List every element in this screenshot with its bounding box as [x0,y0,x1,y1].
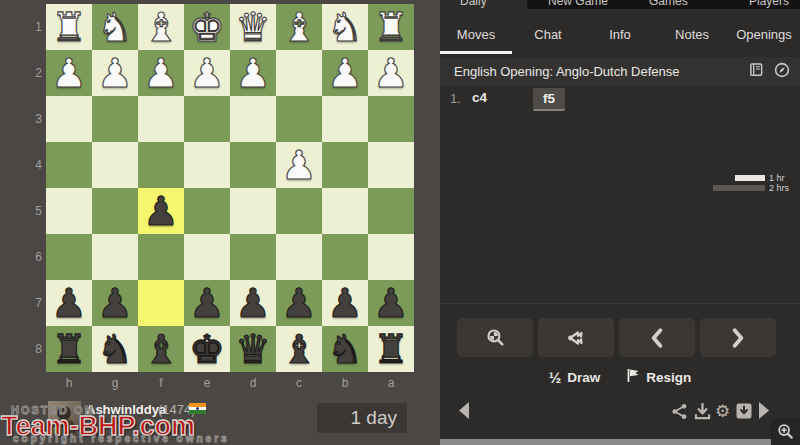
square-f1[interactable]: ♝ [138,4,184,50]
square-a3[interactable] [368,96,414,142]
square-h8[interactable]: ♜ [46,326,92,372]
prev-arrow-icon[interactable] [458,402,470,423]
square-e2[interactable]: ♟ [184,50,230,96]
move-nav-buttons [457,318,776,357]
square-g1[interactable]: ♞ [92,4,138,50]
app-window: 12345678 ♜♞♝♚♛♝♞♜♟♟♟♟♟♟♟♟♟♟♟♟♟♟♟♟♜♞♝♚♛♝♞… [0,0,800,445]
square-b2[interactable]: ♟ [322,50,368,96]
forward-button[interactable] [700,318,776,357]
square-d2[interactable]: ♟ [230,50,276,96]
tab-info[interactable]: Info [584,9,656,57]
square-d6[interactable] [230,234,276,280]
nav-tab-games[interactable]: Games [649,0,688,8]
piece-black-r-h8[interactable]: ♜ [51,329,87,369]
piece-white-p-a2[interactable]: ♟ [373,53,409,93]
piece-white-r-h1[interactable]: ♜ [51,7,87,47]
square-e8[interactable]: ♚ [184,326,230,372]
square-c6[interactable] [276,234,322,280]
square-b3[interactable] [322,96,368,142]
square-c7[interactable]: ♟ [276,280,322,326]
nav-tab-new-game[interactable]: New Game [548,0,608,8]
square-a7[interactable]: ♟ [368,280,414,326]
square-b1[interactable]: ♞ [322,4,368,50]
file-label-c: c [276,372,322,390]
square-g8[interactable]: ♞ [92,326,138,372]
piece-white-k-e1[interactable]: ♚ [189,7,225,47]
piece-white-q-d1[interactable]: ♛ [235,7,271,47]
square-f7[interactable] [138,280,184,326]
controls-divider [440,303,800,304]
piece-white-p-c4[interactable]: ♟ [281,145,317,185]
rank-label-7: 7 [26,280,42,326]
square-e5[interactable] [184,188,230,234]
square-g2[interactable]: ♟ [92,50,138,96]
rank-label-1: 1 [26,4,42,50]
square-a5[interactable] [368,188,414,234]
next-arrow-icon[interactable] [758,402,770,423]
share-icon[interactable] [671,403,688,424]
piece-black-b-c8[interactable]: ♝ [281,329,317,369]
square-f3[interactable] [138,96,184,142]
piece-black-b-f8[interactable]: ♝ [143,329,179,369]
square-a8[interactable]: ♜ [368,326,414,372]
opening-book-icon[interactable] [749,62,764,81]
opening-bar: English Opening: Anglo-Dutch Defense [440,57,800,86]
square-h5[interactable] [46,188,92,234]
piece-black-k-e8[interactable]: ♚ [189,329,225,369]
square-b7[interactable]: ♟ [322,280,368,326]
square-d3[interactable] [230,96,276,142]
square-g5[interactable] [92,188,138,234]
zoom-magnifier-overlay[interactable] [771,418,800,445]
square-g6[interactable] [92,234,138,280]
piece-black-r-a8[interactable]: ♜ [373,329,409,369]
piece-black-p-b7[interactable]: ♟ [327,283,363,323]
back-button[interactable] [619,318,695,357]
piece-black-p-h7[interactable]: ♟ [51,283,87,323]
panel-tab-bar: Moves Chat Info Notes Openings [440,9,800,57]
share-button[interactable] [538,318,614,357]
square-c3[interactable] [276,96,322,142]
piece-white-p-d2[interactable]: ♟ [235,53,271,93]
download-box-icon[interactable] [736,403,752,423]
piece-white-p-h2[interactable]: ♟ [51,53,87,93]
piece-black-p-f5[interactable]: ♟ [143,191,179,231]
square-g4[interactable] [92,142,138,188]
piece-white-p-f2[interactable]: ♟ [143,53,179,93]
explorer-compass-icon[interactable] [774,62,790,82]
square-e6[interactable] [184,234,230,280]
resign-button[interactable]: Resign [626,368,691,386]
time-bar-1hr-label: 1 hr [769,173,785,183]
square-a1[interactable]: ♜ [368,4,414,50]
file-label-a: a [368,372,414,390]
piece-white-p-b2[interactable]: ♟ [327,53,363,93]
square-e7[interactable]: ♟ [184,280,230,326]
piece-white-n-b1[interactable]: ♞ [327,7,363,47]
move-row: 1. c4 f5 1 hr 2 hrs [440,86,800,112]
move-white[interactable]: c4 [472,90,487,105]
tab-moves[interactable]: Moves [440,9,512,57]
piece-black-p-a7[interactable]: ♟ [373,283,409,323]
square-e3[interactable] [184,96,230,142]
piece-white-n-g1[interactable]: ♞ [97,7,133,47]
offer-row: ½ Draw Resign [440,366,800,388]
square-h1[interactable]: ♜ [46,4,92,50]
square-f4[interactable] [138,142,184,188]
tab-openings[interactable]: Openings [728,9,800,57]
watermark-copyright: copyright respective owners [13,433,230,444]
square-c5[interactable] [276,188,322,234]
bottom-toolbar: ⚙ [440,400,800,424]
rank-label-3: 3 [26,96,42,142]
square-g7[interactable]: ♟ [92,280,138,326]
file-label-b: b [322,372,368,390]
rank-label-5: 5 [26,188,42,234]
resign-label: Resign [646,370,691,385]
piece-white-b-c1[interactable]: ♝ [281,7,317,47]
square-h4[interactable] [46,142,92,188]
resign-flag-icon [626,368,640,386]
file-label-h: h [46,372,92,390]
analysis-button[interactable] [457,318,533,357]
file-label-e: e [184,372,230,390]
square-h2[interactable]: ♟ [46,50,92,96]
square-c4[interactable]: ♟ [276,142,322,188]
piece-white-b-f1[interactable]: ♝ [143,7,179,47]
square-d7[interactable]: ♟ [230,280,276,326]
file-label-f: f [138,372,184,390]
square-h7[interactable]: ♟ [46,280,92,326]
piece-white-p-g2[interactable]: ♟ [97,53,133,93]
square-b6[interactable] [322,234,368,280]
move-number: 1. [450,91,461,106]
square-b4[interactable] [322,142,368,188]
bottom-scroll-strip[interactable] [440,439,800,445]
square-c2[interactable] [276,50,322,96]
rank-label-2: 2 [26,50,42,96]
player-clock: 1 day [317,403,407,433]
piece-black-p-c7[interactable]: ♟ [281,283,317,323]
file-labels: hgfedcba [46,372,414,390]
square-e4[interactable] [184,142,230,188]
nav-tab-players[interactable]: Players [749,0,789,8]
piece-black-p-g7[interactable]: ♟ [97,283,133,323]
square-g3[interactable] [92,96,138,142]
square-d4[interactable] [230,142,276,188]
rank-labels: 12345678 [26,4,42,372]
rank-label-8: 8 [26,326,42,372]
draw-button[interactable]: ½ Draw [549,369,601,386]
game-panel: Daily New Game Games Players Moves Chat … [440,0,800,445]
half-icon: ½ [549,369,562,386]
square-h6[interactable] [46,234,92,280]
piece-black-p-d7[interactable]: ♟ [235,283,271,323]
square-d8[interactable]: ♛ [230,326,276,372]
time-bar-1hr [735,175,765,181]
piece-black-n-g8[interactable]: ♞ [97,329,133,369]
file-label-d: d [230,372,276,390]
move-black-selected[interactable]: f5 [533,88,565,111]
rank-label-6: 6 [26,234,42,280]
square-a2[interactable]: ♟ [368,50,414,96]
square-f6[interactable] [138,234,184,280]
nav-tab-daily[interactable]: Daily [460,0,487,8]
time-bar-2hrs-label: 2 hrs [769,183,789,193]
top-nav: Daily New Game Games Players [440,0,800,9]
square-c8[interactable]: ♝ [276,326,322,372]
piece-white-p-e2[interactable]: ♟ [189,53,225,93]
tab-notes[interactable]: Notes [656,9,728,57]
piece-white-r-a1[interactable]: ♜ [373,7,409,47]
square-f2[interactable]: ♟ [138,50,184,96]
square-e1[interactable]: ♚ [184,4,230,50]
square-b5[interactable] [322,188,368,234]
square-h3[interactable] [46,96,92,142]
opening-name[interactable]: English Opening: Anglo-Dutch Defense [454,64,749,79]
draw-label: Draw [567,370,600,385]
tab-chat[interactable]: Chat [512,9,584,57]
square-d1[interactable]: ♛ [230,4,276,50]
time-bar-2hrs [713,185,765,191]
file-label-g: g [92,372,138,390]
square-b8[interactable]: ♞ [322,326,368,372]
square-f8[interactable]: ♝ [138,326,184,372]
chess-board[interactable]: ♜♞♝♚♛♝♞♜♟♟♟♟♟♟♟♟♟♟♟♟♟♟♟♟♜♞♝♚♛♝♞♜ [46,4,414,372]
piece-black-p-e7[interactable]: ♟ [189,283,225,323]
square-a6[interactable] [368,234,414,280]
square-a4[interactable] [368,142,414,188]
square-f5[interactable]: ♟ [138,188,184,234]
square-c1[interactable]: ♝ [276,4,322,50]
piece-black-q-d8[interactable]: ♛ [235,329,271,369]
download-icon[interactable] [694,403,711,424]
square-d5[interactable] [230,188,276,234]
piece-black-n-b8[interactable]: ♞ [327,329,363,369]
rank-label-4: 4 [26,142,42,188]
settings-gear-icon[interactable]: ⚙ [715,403,730,420]
